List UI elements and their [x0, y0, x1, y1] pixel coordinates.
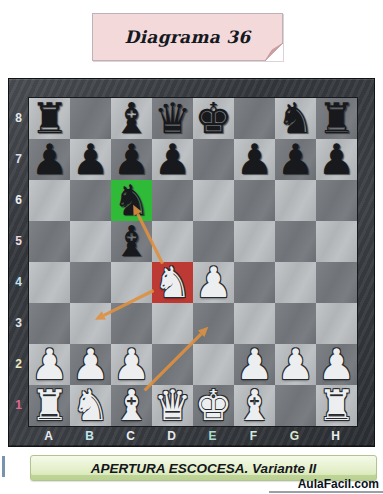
file-label-f: F — [233, 426, 274, 446]
square-g2: ♟ — [275, 344, 316, 385]
piece-black-pawn-h7: ♟ — [318, 139, 356, 181]
piece-black-bishop-c5: ♝ — [113, 221, 151, 263]
square-g7: ♟ — [275, 139, 316, 180]
square-c2: ♟ — [111, 344, 152, 385]
piece-white-pawn-a2: ♟ — [31, 344, 69, 386]
piece-black-pawn-f7: ♟ — [236, 139, 274, 181]
square-f4 — [234, 262, 275, 303]
banner-corner-fold-icon — [265, 43, 283, 61]
opening-caption: APERTURA ESCOCESA. Variante II — [91, 461, 316, 476]
piece-white-king-e1: ♚ — [195, 385, 233, 427]
square-h1: ♜ — [316, 385, 357, 426]
piece-black-knight-g8: ♞ — [277, 98, 315, 140]
piece-white-queen-d1: ♛ — [154, 385, 192, 427]
piece-white-knight-d4: ♞ — [154, 262, 192, 304]
square-b7: ♟ — [70, 139, 111, 180]
file-label-g: G — [274, 426, 315, 446]
square-f3 — [234, 303, 275, 344]
piece-white-knight-b1: ♞ — [72, 385, 110, 427]
piece-white-rook-h1: ♜ — [318, 385, 356, 427]
square-f2: ♟ — [234, 344, 275, 385]
piece-black-pawn-b7: ♟ — [72, 139, 110, 181]
square-b1: ♞ — [70, 385, 111, 426]
file-label-c: C — [110, 426, 151, 446]
square-e4: ♟ — [193, 262, 234, 303]
square-a7: ♟ — [29, 139, 70, 180]
square-f5 — [234, 221, 275, 262]
chess-board: ♜♝♛♚♞♜♟♟♟♟♟♟♟♞♝♞♟♟♟♟♟♟♟♜♞♝♛♚♝♜ — [28, 97, 358, 427]
piece-white-pawn-g2: ♟ — [277, 344, 315, 386]
piece-white-rook-a1: ♜ — [31, 385, 69, 427]
piece-black-king-e8: ♚ — [195, 98, 233, 140]
square-a8: ♜ — [29, 98, 70, 139]
square-f8 — [234, 98, 275, 139]
square-c1: ♝ — [111, 385, 152, 426]
square-b4 — [70, 262, 111, 303]
piece-white-bishop-c1: ♝ — [113, 385, 151, 427]
square-c6: ♞ — [111, 180, 152, 221]
chess-board-frame: 87654321 ♜♝♛♚♞♜♟♟♟♟♟♟♟♞♝♞♟♟♟♟♟♟♟♜♞♝♛♚♝♜ … — [8, 78, 375, 447]
rank-label-8: 8 — [9, 97, 28, 138]
square-d4: ♞ — [152, 262, 193, 303]
rank-label-4: 4 — [9, 261, 28, 302]
square-e8: ♚ — [193, 98, 234, 139]
square-a1: ♜ — [29, 385, 70, 426]
square-g6 — [275, 180, 316, 221]
rank-label-6: 6 — [9, 179, 28, 220]
piece-black-pawn-g7: ♟ — [277, 139, 315, 181]
square-c7: ♟ — [111, 139, 152, 180]
square-c3 — [111, 303, 152, 344]
diagram-title-banner: Diagrama 36 — [92, 13, 283, 61]
rank-label-3: 3 — [9, 302, 28, 343]
piece-white-pawn-c2: ♟ — [113, 344, 151, 386]
square-e7 — [193, 139, 234, 180]
square-h4 — [316, 262, 357, 303]
rank-labels: 87654321 — [9, 97, 28, 425]
square-d5 — [152, 221, 193, 262]
rank-label-7: 7 — [9, 138, 28, 179]
square-e2 — [193, 344, 234, 385]
file-label-h: H — [315, 426, 356, 446]
watermark-text: AulaFacil.com — [298, 477, 379, 491]
square-a6 — [29, 180, 70, 221]
square-b2: ♟ — [70, 344, 111, 385]
square-d8: ♛ — [152, 98, 193, 139]
file-label-d: D — [151, 426, 192, 446]
square-a2: ♟ — [29, 344, 70, 385]
square-h7: ♟ — [316, 139, 357, 180]
square-f7: ♟ — [234, 139, 275, 180]
square-e1: ♚ — [193, 385, 234, 426]
square-a4 — [29, 262, 70, 303]
file-label-e: E — [192, 426, 233, 446]
square-g1 — [275, 385, 316, 426]
square-c8: ♝ — [111, 98, 152, 139]
piece-white-pawn-f2: ♟ — [236, 344, 274, 386]
square-c5: ♝ — [111, 221, 152, 262]
square-h2: ♟ — [316, 344, 357, 385]
square-a3 — [29, 303, 70, 344]
square-h6 — [316, 180, 357, 221]
piece-black-rook-a8: ♜ — [31, 98, 69, 140]
rank-label-2: 2 — [9, 343, 28, 384]
piece-black-bishop-c8: ♝ — [113, 98, 151, 140]
diagram-title: Diagrama 36 — [125, 27, 251, 47]
piece-white-bishop-f1: ♝ — [236, 385, 274, 427]
square-c4 — [111, 262, 152, 303]
square-b8 — [70, 98, 111, 139]
bottom-divider-line — [269, 491, 383, 493]
square-h5 — [316, 221, 357, 262]
piece-black-pawn-a7: ♟ — [31, 139, 69, 181]
square-b3 — [70, 303, 111, 344]
piece-black-queen-d8: ♛ — [154, 98, 192, 140]
piece-black-pawn-d7: ♟ — [154, 139, 192, 181]
piece-white-pawn-h2: ♟ — [318, 344, 356, 386]
square-d3 — [152, 303, 193, 344]
file-labels: ABCDEFGH — [28, 426, 356, 446]
square-e6 — [193, 180, 234, 221]
piece-black-pawn-c7: ♟ — [113, 139, 151, 181]
square-g3 — [275, 303, 316, 344]
square-d7: ♟ — [152, 139, 193, 180]
square-h8: ♜ — [316, 98, 357, 139]
square-d2 — [152, 344, 193, 385]
square-b6 — [70, 180, 111, 221]
square-f6 — [234, 180, 275, 221]
square-e5 — [193, 221, 234, 262]
page: Diagrama 36 87654321 ♜♝♛♚♞♜♟♟♟♟♟♟♟♞♝♞♟♟♟… — [0, 0, 383, 494]
square-d6 — [152, 180, 193, 221]
file-label-a: A — [28, 426, 69, 446]
piece-black-knight-c6: ♞ — [113, 180, 151, 222]
square-g5 — [275, 221, 316, 262]
square-h3 — [316, 303, 357, 344]
square-d1: ♛ — [152, 385, 193, 426]
square-f1: ♝ — [234, 385, 275, 426]
square-e3 — [193, 303, 234, 344]
square-a5 — [29, 221, 70, 262]
rank-label-1: 1 — [9, 384, 28, 425]
square-g4 — [275, 262, 316, 303]
piece-black-rook-h8: ♜ — [318, 98, 356, 140]
piece-white-pawn-b2: ♟ — [72, 344, 110, 386]
piece-white-pawn-e4: ♟ — [195, 262, 233, 304]
file-label-b: B — [69, 426, 110, 446]
left-tick-mark — [2, 456, 5, 477]
rank-label-5: 5 — [9, 220, 28, 261]
square-b5 — [70, 221, 111, 262]
square-g8: ♞ — [275, 98, 316, 139]
